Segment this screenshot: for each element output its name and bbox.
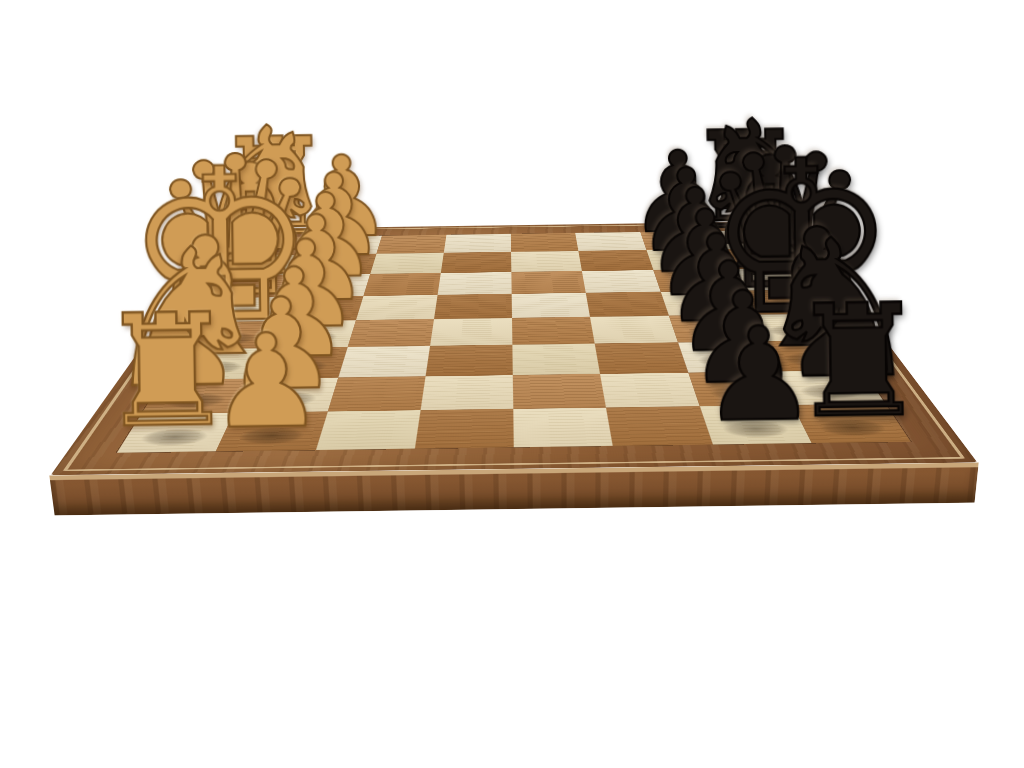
square-b5 [511, 251, 582, 272]
square-h3 [315, 410, 420, 450]
square-h1: ♜ [117, 413, 234, 453]
square-f6 [595, 343, 688, 374]
square-h6 [606, 406, 712, 446]
square-b4 [441, 252, 512, 273]
square-e4 [430, 318, 513, 346]
board-surface: ♜♟♟♜♞♟♟♞♝♟♟♝♛♟♟♛♚♟♟♚♝♟♟♝♞♟♟♞♜♟♟♜ [117, 230, 911, 452]
chess-board: ♜♟♟♜♞♟♟♞♝♟♟♝♛♟♟♛♚♟♟♚♝♟♟♝♞♟♟♞♜♟♟♜ [51, 221, 978, 475]
piece-white-rook: ♜ [97, 293, 238, 450]
square-e5 [512, 317, 595, 345]
square-h4 [415, 409, 514, 449]
square-f5 [512, 344, 600, 375]
chess-set-photo: ♜♟♟♜♞♟♟♞♝♟♟♝♛♟♟♛♚♟♟♚♝♟♟♝♞♟♟♞♜♟♟♜ [0, 0, 1024, 768]
square-g6 [600, 373, 699, 408]
square-f3 [338, 346, 430, 377]
square-h5 [513, 408, 613, 448]
square-h8: ♜ [792, 404, 910, 443]
piece-black-rook: ♜ [788, 284, 929, 441]
square-f4 [425, 345, 512, 376]
